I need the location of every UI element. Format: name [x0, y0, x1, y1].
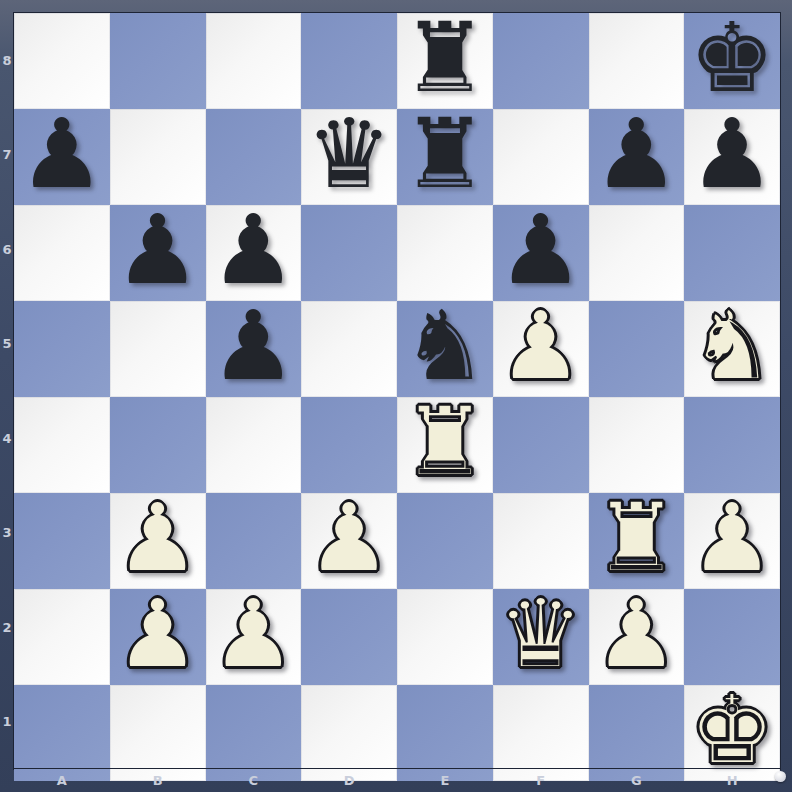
piece-white-king[interactable]: ♚	[689, 682, 775, 778]
square-h5[interactable]: ♞	[684, 301, 780, 397]
piece-black-king[interactable]: ♚	[689, 10, 775, 106]
square-f8[interactable]	[493, 13, 589, 109]
square-g8[interactable]	[589, 13, 685, 109]
square-c6[interactable]: ♟	[206, 205, 302, 301]
piece-black-pawn[interactable]: ♟	[19, 106, 105, 202]
square-d6[interactable]	[301, 205, 397, 301]
square-d4[interactable]	[301, 397, 397, 493]
square-d2[interactable]	[301, 589, 397, 685]
square-d7[interactable]: ♛	[301, 109, 397, 205]
square-c5[interactable]: ♟	[206, 301, 302, 397]
piece-white-pawn[interactable]: ♟	[210, 586, 296, 682]
square-c2[interactable]: ♟	[206, 589, 302, 685]
square-g3[interactable]: ♜	[589, 493, 685, 589]
square-g1[interactable]	[589, 685, 685, 781]
square-b4[interactable]	[110, 397, 206, 493]
square-h1[interactable]: ♚	[684, 685, 780, 781]
file-label-g: G	[589, 769, 685, 792]
rank-label-5: 5	[0, 297, 14, 392]
square-b6[interactable]: ♟	[110, 205, 206, 301]
white-to-move-indicator	[775, 771, 786, 782]
file-label-d: D	[301, 769, 397, 792]
file-label-b: B	[110, 769, 206, 792]
rank-label-4: 4	[0, 391, 14, 486]
file-label-e: E	[397, 769, 493, 792]
file-labels: ABCDEFGH	[14, 768, 780, 792]
file-label-c: C	[206, 769, 302, 792]
piece-white-rook[interactable]: ♜	[402, 394, 488, 490]
file-label-a: A	[14, 769, 110, 792]
piece-white-queen[interactable]: ♛	[498, 586, 584, 682]
rank-labels: 87654321	[0, 13, 14, 769]
file-label-h: H	[684, 769, 780, 792]
chess-board-frame: 87654321 ♜♚♟♛♜♟♟♟♟♟♟♞♟♞♜♟♟♜♟♟♟♛♟♚ ABCDEF…	[0, 0, 792, 792]
piece-white-pawn[interactable]: ♟	[593, 586, 679, 682]
piece-white-pawn[interactable]: ♟	[115, 586, 201, 682]
square-f1[interactable]	[493, 685, 589, 781]
square-a2[interactable]	[14, 589, 110, 685]
piece-white-pawn[interactable]: ♟	[115, 490, 201, 586]
square-a6[interactable]	[14, 205, 110, 301]
square-b2[interactable]: ♟	[110, 589, 206, 685]
square-g5[interactable]	[589, 301, 685, 397]
square-b5[interactable]	[110, 301, 206, 397]
square-e7[interactable]: ♜	[397, 109, 493, 205]
square-h8[interactable]: ♚	[684, 13, 780, 109]
square-e1[interactable]	[397, 685, 493, 781]
square-f5[interactable]: ♟	[493, 301, 589, 397]
square-f2[interactable]: ♛	[493, 589, 589, 685]
square-h3[interactable]: ♟	[684, 493, 780, 589]
square-e4[interactable]: ♜	[397, 397, 493, 493]
square-b3[interactable]: ♟	[110, 493, 206, 589]
square-c4[interactable]	[206, 397, 302, 493]
square-g6[interactable]	[589, 205, 685, 301]
piece-black-pawn[interactable]: ♟	[115, 202, 201, 298]
square-d3[interactable]: ♟	[301, 493, 397, 589]
square-b1[interactable]	[110, 685, 206, 781]
square-h6[interactable]	[684, 205, 780, 301]
square-b8[interactable]	[110, 13, 206, 109]
piece-white-pawn[interactable]: ♟	[498, 298, 584, 394]
square-g2[interactable]: ♟	[589, 589, 685, 685]
square-a1[interactable]	[14, 685, 110, 781]
square-c8[interactable]	[206, 13, 302, 109]
square-c7[interactable]	[206, 109, 302, 205]
rank-label-8: 8	[0, 13, 14, 108]
square-a5[interactable]	[14, 301, 110, 397]
square-c3[interactable]	[206, 493, 302, 589]
square-g4[interactable]	[589, 397, 685, 493]
square-f3[interactable]	[493, 493, 589, 589]
square-a8[interactable]	[14, 13, 110, 109]
square-h4[interactable]	[684, 397, 780, 493]
piece-black-pawn[interactable]: ♟	[498, 202, 584, 298]
piece-black-pawn[interactable]: ♟	[593, 106, 679, 202]
rank-label-1: 1	[0, 675, 14, 770]
piece-white-pawn[interactable]: ♟	[306, 490, 392, 586]
square-a4[interactable]	[14, 397, 110, 493]
piece-black-pawn[interactable]: ♟	[689, 106, 775, 202]
square-a7[interactable]: ♟	[14, 109, 110, 205]
square-c1[interactable]	[206, 685, 302, 781]
square-h7[interactable]: ♟	[684, 109, 780, 205]
square-f7[interactable]	[493, 109, 589, 205]
square-f6[interactable]: ♟	[493, 205, 589, 301]
piece-white-pawn[interactable]: ♟	[689, 490, 775, 586]
square-d5[interactable]	[301, 301, 397, 397]
square-h2[interactable]	[684, 589, 780, 685]
rank-label-2: 2	[0, 580, 14, 675]
square-b7[interactable]	[110, 109, 206, 205]
piece-white-knight[interactable]: ♞	[689, 298, 775, 394]
square-d8[interactable]	[301, 13, 397, 109]
piece-black-queen[interactable]: ♛	[306, 106, 392, 202]
chess-board: ♜♚♟♛♜♟♟♟♟♟♟♞♟♞♜♟♟♜♟♟♟♛♟♚	[14, 13, 780, 769]
rank-label-7: 7	[0, 108, 14, 203]
square-e5[interactable]: ♞	[397, 301, 493, 397]
piece-white-rook[interactable]: ♜	[593, 490, 679, 586]
piece-black-pawn[interactable]: ♟	[210, 298, 296, 394]
square-e6[interactable]	[397, 205, 493, 301]
square-e2[interactable]	[397, 589, 493, 685]
square-e3[interactable]	[397, 493, 493, 589]
square-f4[interactable]	[493, 397, 589, 493]
piece-black-pawn[interactable]: ♟	[210, 202, 296, 298]
square-g7[interactable]: ♟	[589, 109, 685, 205]
square-e8[interactable]: ♜	[397, 13, 493, 109]
piece-black-rook[interactable]: ♜	[402, 10, 488, 106]
piece-black-knight[interactable]: ♞	[402, 298, 488, 394]
file-label-f: F	[493, 769, 589, 792]
square-a3[interactable]	[14, 493, 110, 589]
rank-label-6: 6	[0, 202, 14, 297]
rank-label-3: 3	[0, 486, 14, 581]
piece-black-rook[interactable]: ♜	[402, 106, 488, 202]
square-d1[interactable]	[301, 685, 397, 781]
